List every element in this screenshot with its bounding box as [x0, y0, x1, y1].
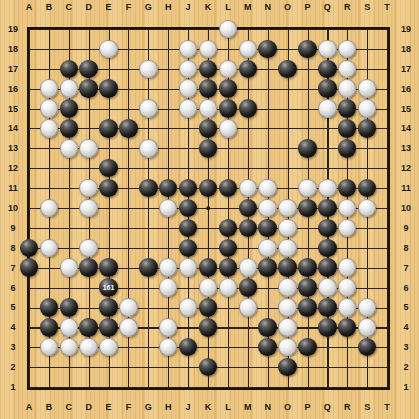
point-F1[interactable] — [119, 377, 139, 397]
point-G2[interactable] — [138, 357, 158, 377]
point-S19[interactable] — [357, 19, 377, 39]
point-H7[interactable]: ○ — [158, 258, 178, 278]
point-Q7[interactable]: ● — [317, 258, 337, 278]
point-A6[interactable] — [19, 278, 39, 298]
point-N6[interactable] — [258, 278, 278, 298]
point-O6[interactable]: ○ — [278, 278, 298, 298]
point-F14[interactable]: ● — [119, 119, 139, 139]
point-D4[interactable]: ● — [79, 317, 99, 337]
point-N9[interactable]: ● — [258, 218, 278, 238]
point-G19[interactable] — [138, 19, 158, 39]
point-T16[interactable] — [377, 79, 397, 99]
point-T7[interactable] — [377, 258, 397, 278]
point-T5[interactable] — [377, 298, 397, 318]
point-R16[interactable]: ○ — [337, 79, 357, 99]
point-R10[interactable]: ○ — [337, 198, 357, 218]
point-F4[interactable]: ○ — [119, 317, 139, 337]
point-P15[interactable] — [298, 99, 318, 119]
point-S15[interactable]: ○ — [357, 99, 377, 119]
point-O2[interactable]: ● — [278, 357, 298, 377]
point-J15[interactable]: ○ — [178, 99, 198, 119]
point-N15[interactable] — [258, 99, 278, 119]
point-M19[interactable] — [238, 19, 258, 39]
point-L11[interactable]: ● — [218, 178, 238, 198]
point-Q18[interactable]: ○ — [317, 39, 337, 59]
point-E16[interactable]: ● — [99, 79, 119, 99]
point-S4[interactable]: ○ — [357, 317, 377, 337]
point-H5[interactable] — [158, 298, 178, 318]
point-C12[interactable] — [59, 158, 79, 178]
point-L2[interactable] — [218, 357, 238, 377]
point-Q13[interactable] — [317, 138, 337, 158]
point-Q15[interactable]: ○ — [317, 99, 337, 119]
point-G18[interactable] — [138, 39, 158, 59]
point-L5[interactable] — [218, 298, 238, 318]
point-Q12[interactable] — [317, 158, 337, 178]
point-R18[interactable]: ○ — [337, 39, 357, 59]
point-D11[interactable]: ○ — [79, 178, 99, 198]
point-P18[interactable]: ● — [298, 39, 318, 59]
point-R5[interactable]: ○ — [337, 298, 357, 318]
point-E5[interactable]: ● — [99, 298, 119, 318]
point-C14[interactable]: ● — [59, 119, 79, 139]
point-J4[interactable] — [178, 317, 198, 337]
point-D15[interactable] — [79, 99, 99, 119]
point-O19[interactable] — [278, 19, 298, 39]
point-A14[interactable] — [19, 119, 39, 139]
point-B14[interactable]: ○ — [39, 119, 59, 139]
point-T6[interactable] — [377, 278, 397, 298]
point-N17[interactable] — [258, 59, 278, 79]
point-E13[interactable] — [99, 138, 119, 158]
point-O4[interactable]: ○ — [278, 317, 298, 337]
point-D17[interactable]: ● — [79, 59, 99, 79]
point-M6[interactable]: ● — [238, 278, 258, 298]
point-J5[interactable]: ○ — [178, 298, 198, 318]
point-E15[interactable] — [99, 99, 119, 119]
point-B6[interactable] — [39, 278, 59, 298]
point-L1[interactable] — [218, 377, 238, 397]
point-D1[interactable] — [79, 377, 99, 397]
point-G3[interactable] — [138, 337, 158, 357]
point-K3[interactable] — [198, 337, 218, 357]
point-K19[interactable] — [198, 19, 218, 39]
point-H16[interactable] — [158, 79, 178, 99]
point-J8[interactable]: ● — [178, 238, 198, 258]
point-L19[interactable]: ○ — [218, 19, 238, 39]
point-M12[interactable] — [238, 158, 258, 178]
point-O1[interactable] — [278, 377, 298, 397]
point-B18[interactable] — [39, 39, 59, 59]
point-M5[interactable]: ○ — [238, 298, 258, 318]
point-A7[interactable]: ● — [19, 258, 39, 278]
point-K14[interactable]: ● — [198, 119, 218, 139]
point-P7[interactable]: ● — [298, 258, 318, 278]
point-S8[interactable] — [357, 238, 377, 258]
point-Q8[interactable]: ● — [317, 238, 337, 258]
point-J10[interactable]: ● — [178, 198, 198, 218]
point-E7[interactable]: ● — [99, 258, 119, 278]
point-T19[interactable] — [377, 19, 397, 39]
point-M16[interactable] — [238, 79, 258, 99]
point-J1[interactable] — [178, 377, 198, 397]
point-T10[interactable] — [377, 198, 397, 218]
point-N12[interactable] — [258, 158, 278, 178]
point-D3[interactable]: ○ — [79, 337, 99, 357]
point-D9[interactable] — [79, 218, 99, 238]
point-L10[interactable] — [218, 198, 238, 218]
point-R7[interactable]: ○ — [337, 258, 357, 278]
point-S3[interactable]: ● — [357, 337, 377, 357]
point-J11[interactable]: ● — [178, 178, 198, 198]
point-K16[interactable]: ● — [198, 79, 218, 99]
point-C18[interactable] — [59, 39, 79, 59]
point-H18[interactable] — [158, 39, 178, 59]
point-E4[interactable]: ● — [99, 317, 119, 337]
point-J7[interactable]: ○ — [178, 258, 198, 278]
point-N11[interactable]: ○ — [258, 178, 278, 198]
point-K6[interactable]: ○ — [198, 278, 218, 298]
point-T9[interactable] — [377, 218, 397, 238]
point-F9[interactable] — [119, 218, 139, 238]
point-N1[interactable] — [258, 377, 278, 397]
point-H12[interactable] — [158, 158, 178, 178]
point-Q16[interactable]: ● — [317, 79, 337, 99]
point-B19[interactable] — [39, 19, 59, 39]
point-Q9[interactable]: ● — [317, 218, 337, 238]
point-F15[interactable] — [119, 99, 139, 119]
point-M9[interactable]: ● — [238, 218, 258, 238]
point-O18[interactable] — [278, 39, 298, 59]
point-C11[interactable] — [59, 178, 79, 198]
point-C13[interactable]: ○ — [59, 138, 79, 158]
point-B16[interactable]: ○ — [39, 79, 59, 99]
point-C15[interactable]: ● — [59, 99, 79, 119]
point-K4[interactable]: ● — [198, 317, 218, 337]
point-R19[interactable] — [337, 19, 357, 39]
point-B9[interactable] — [39, 218, 59, 238]
point-H14[interactable] — [158, 119, 178, 139]
point-D2[interactable] — [79, 357, 99, 377]
point-L17[interactable]: ○ — [218, 59, 238, 79]
point-G16[interactable] — [138, 79, 158, 99]
point-B12[interactable] — [39, 158, 59, 178]
point-Q5[interactable]: ● — [317, 298, 337, 318]
point-G5[interactable] — [138, 298, 158, 318]
point-C16[interactable]: ○ — [59, 79, 79, 99]
point-Q1[interactable] — [317, 377, 337, 397]
point-O3[interactable]: ○ — [278, 337, 298, 357]
point-C3[interactable]: ○ — [59, 337, 79, 357]
point-H17[interactable] — [158, 59, 178, 79]
point-H13[interactable] — [158, 138, 178, 158]
point-J2[interactable] — [178, 357, 198, 377]
point-H2[interactable] — [158, 357, 178, 377]
point-N3[interactable]: ● — [258, 337, 278, 357]
point-R14[interactable]: ● — [337, 119, 357, 139]
point-L3[interactable] — [218, 337, 238, 357]
point-A1[interactable] — [19, 377, 39, 397]
point-K8[interactable] — [198, 238, 218, 258]
point-H8[interactable] — [158, 238, 178, 258]
point-E17[interactable] — [99, 59, 119, 79]
point-P19[interactable] — [298, 19, 318, 39]
point-M18[interactable]: ○ — [238, 39, 258, 59]
point-E10[interactable] — [99, 198, 119, 218]
point-E8[interactable] — [99, 238, 119, 258]
point-H9[interactable] — [158, 218, 178, 238]
point-G6[interactable] — [138, 278, 158, 298]
point-A12[interactable] — [19, 158, 39, 178]
point-A3[interactable] — [19, 337, 39, 357]
point-S2[interactable] — [357, 357, 377, 377]
point-E9[interactable] — [99, 218, 119, 238]
point-N4[interactable]: ● — [258, 317, 278, 337]
point-A18[interactable] — [19, 39, 39, 59]
point-N13[interactable] — [258, 138, 278, 158]
point-T13[interactable] — [377, 138, 397, 158]
point-N7[interactable]: ● — [258, 258, 278, 278]
point-Q10[interactable]: ● — [317, 198, 337, 218]
point-F17[interactable] — [119, 59, 139, 79]
point-P13[interactable]: ● — [298, 138, 318, 158]
point-O7[interactable]: ● — [278, 258, 298, 278]
point-C10[interactable] — [59, 198, 79, 218]
point-G13[interactable]: ○ — [138, 138, 158, 158]
point-B5[interactable]: ● — [39, 298, 59, 318]
point-O14[interactable] — [278, 119, 298, 139]
point-C2[interactable] — [59, 357, 79, 377]
point-H4[interactable]: ○ — [158, 317, 178, 337]
point-K7[interactable]: ● — [198, 258, 218, 278]
point-B11[interactable] — [39, 178, 59, 198]
point-B15[interactable]: ○ — [39, 99, 59, 119]
point-T8[interactable] — [377, 238, 397, 258]
point-S16[interactable]: ○ — [357, 79, 377, 99]
point-D7[interactable]: ● — [79, 258, 99, 278]
point-K13[interactable]: ● — [198, 138, 218, 158]
point-M8[interactable] — [238, 238, 258, 258]
point-L9[interactable]: ● — [218, 218, 238, 238]
point-B8[interactable]: ○ — [39, 238, 59, 258]
point-O5[interactable]: ○ — [278, 298, 298, 318]
point-O16[interactable] — [278, 79, 298, 99]
point-A10[interactable] — [19, 198, 39, 218]
point-G15[interactable]: ○ — [138, 99, 158, 119]
point-G9[interactable] — [138, 218, 158, 238]
point-T4[interactable] — [377, 317, 397, 337]
point-E3[interactable]: ○ — [99, 337, 119, 357]
point-J16[interactable]: ○ — [178, 79, 198, 99]
point-O12[interactable] — [278, 158, 298, 178]
point-F8[interactable] — [119, 238, 139, 258]
point-M14[interactable] — [238, 119, 258, 139]
point-S13[interactable] — [357, 138, 377, 158]
point-G1[interactable] — [138, 377, 158, 397]
point-C9[interactable] — [59, 218, 79, 238]
point-J14[interactable] — [178, 119, 198, 139]
point-N14[interactable] — [258, 119, 278, 139]
point-Q4[interactable]: ● — [317, 317, 337, 337]
point-T11[interactable] — [377, 178, 397, 198]
point-G10[interactable] — [138, 198, 158, 218]
point-L18[interactable] — [218, 39, 238, 59]
point-B10[interactable]: ○ — [39, 198, 59, 218]
point-M1[interactable] — [238, 377, 258, 397]
point-T2[interactable] — [377, 357, 397, 377]
point-M11[interactable]: ○ — [238, 178, 258, 198]
point-O8[interactable]: ○ — [278, 238, 298, 258]
point-H19[interactable] — [158, 19, 178, 39]
point-H6[interactable]: ○ — [158, 278, 178, 298]
point-P12[interactable] — [298, 158, 318, 178]
point-N19[interactable] — [258, 19, 278, 39]
point-D14[interactable] — [79, 119, 99, 139]
point-P5[interactable]: ● — [298, 298, 318, 318]
point-K12[interactable] — [198, 158, 218, 178]
point-G11[interactable]: ● — [138, 178, 158, 198]
point-T3[interactable] — [377, 337, 397, 357]
point-A2[interactable] — [19, 357, 39, 377]
point-D5[interactable] — [79, 298, 99, 318]
point-R6[interactable]: ○ — [337, 278, 357, 298]
point-M15[interactable]: ● — [238, 99, 258, 119]
point-P2[interactable] — [298, 357, 318, 377]
point-R11[interactable]: ● — [337, 178, 357, 198]
point-L15[interactable]: ● — [218, 99, 238, 119]
point-T12[interactable] — [377, 158, 397, 178]
point-C4[interactable]: ○ — [59, 317, 79, 337]
point-D10[interactable]: ○ — [79, 198, 99, 218]
point-T18[interactable] — [377, 39, 397, 59]
point-H10[interactable]: ○ — [158, 198, 178, 218]
point-J12[interactable] — [178, 158, 198, 178]
point-N10[interactable]: ○ — [258, 198, 278, 218]
point-F2[interactable] — [119, 357, 139, 377]
point-P6[interactable]: ● — [298, 278, 318, 298]
point-S6[interactable] — [357, 278, 377, 298]
point-G7[interactable]: ● — [138, 258, 158, 278]
point-E14[interactable]: ● — [99, 119, 119, 139]
point-K18[interactable]: ○ — [198, 39, 218, 59]
point-B2[interactable] — [39, 357, 59, 377]
point-P16[interactable] — [298, 79, 318, 99]
point-J13[interactable] — [178, 138, 198, 158]
point-J19[interactable] — [178, 19, 198, 39]
point-O9[interactable]: ○ — [278, 218, 298, 238]
point-R1[interactable] — [337, 377, 357, 397]
point-C19[interactable] — [59, 19, 79, 39]
point-E19[interactable] — [99, 19, 119, 39]
point-F7[interactable] — [119, 258, 139, 278]
point-F5[interactable]: ○ — [119, 298, 139, 318]
point-K15[interactable]: ○ — [198, 99, 218, 119]
point-S1[interactable] — [357, 377, 377, 397]
point-R17[interactable]: ○ — [337, 59, 357, 79]
point-K5[interactable]: ● — [198, 298, 218, 318]
point-J3[interactable]: ● — [178, 337, 198, 357]
point-P3[interactable]: ● — [298, 337, 318, 357]
point-O17[interactable]: ● — [278, 59, 298, 79]
point-A5[interactable] — [19, 298, 39, 318]
point-A19[interactable] — [19, 19, 39, 39]
point-L7[interactable]: ● — [218, 258, 238, 278]
point-P1[interactable] — [298, 377, 318, 397]
point-A13[interactable] — [19, 138, 39, 158]
point-B7[interactable] — [39, 258, 59, 278]
point-Q6[interactable]: ○ — [317, 278, 337, 298]
point-L6[interactable]: ○ — [218, 278, 238, 298]
point-M4[interactable] — [238, 317, 258, 337]
point-L16[interactable]: ● — [218, 79, 238, 99]
point-K1[interactable] — [198, 377, 218, 397]
point-N18[interactable]: ● — [258, 39, 278, 59]
point-R9[interactable]: ○ — [337, 218, 357, 238]
point-S14[interactable]: ● — [357, 119, 377, 139]
point-Q3[interactable] — [317, 337, 337, 357]
point-N2[interactable] — [258, 357, 278, 377]
point-T14[interactable] — [377, 119, 397, 139]
point-T15[interactable] — [377, 99, 397, 119]
point-D6[interactable] — [79, 278, 99, 298]
point-H15[interactable] — [158, 99, 178, 119]
point-Q19[interactable] — [317, 19, 337, 39]
point-N8[interactable]: ○ — [258, 238, 278, 258]
point-B17[interactable] — [39, 59, 59, 79]
point-R4[interactable]: ● — [337, 317, 357, 337]
point-H1[interactable] — [158, 377, 178, 397]
point-C8[interactable] — [59, 238, 79, 258]
point-L8[interactable]: ● — [218, 238, 238, 258]
point-H11[interactable]: ● — [158, 178, 178, 198]
point-F13[interactable] — [119, 138, 139, 158]
point-F18[interactable] — [119, 39, 139, 59]
point-R2[interactable] — [337, 357, 357, 377]
point-D12[interactable] — [79, 158, 99, 178]
point-G17[interactable]: ○ — [138, 59, 158, 79]
point-L13[interactable] — [218, 138, 238, 158]
point-H3[interactable]: ○ — [158, 337, 178, 357]
point-S10[interactable]: ○ — [357, 198, 377, 218]
point-F10[interactable] — [119, 198, 139, 218]
point-M2[interactable] — [238, 357, 258, 377]
point-R12[interactable] — [337, 158, 357, 178]
point-Q17[interactable]: ● — [317, 59, 337, 79]
point-P8[interactable] — [298, 238, 318, 258]
point-R8[interactable] — [337, 238, 357, 258]
point-S18[interactable] — [357, 39, 377, 59]
point-B3[interactable]: ○ — [39, 337, 59, 357]
point-Q11[interactable]: ○ — [317, 178, 337, 198]
point-C5[interactable]: ● — [59, 298, 79, 318]
point-P14[interactable] — [298, 119, 318, 139]
point-Q2[interactable] — [317, 357, 337, 377]
point-L14[interactable]: ○ — [218, 119, 238, 139]
point-O11[interactable] — [278, 178, 298, 198]
point-K11[interactable]: ● — [198, 178, 218, 198]
point-D16[interactable]: ● — [79, 79, 99, 99]
point-T1[interactable] — [377, 377, 397, 397]
point-P9[interactable] — [298, 218, 318, 238]
point-F11[interactable] — [119, 178, 139, 198]
point-K9[interactable] — [198, 218, 218, 238]
point-R13[interactable]: ● — [337, 138, 357, 158]
point-D19[interactable] — [79, 19, 99, 39]
point-P4[interactable] — [298, 317, 318, 337]
point-J9[interactable]: ● — [178, 218, 198, 238]
point-M3[interactable] — [238, 337, 258, 357]
point-J17[interactable]: ○ — [178, 59, 198, 79]
